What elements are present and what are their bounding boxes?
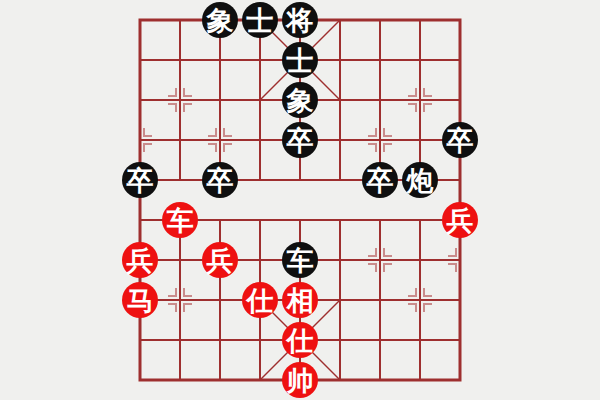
piece-black-advisor[interactable]: 士 (282, 42, 318, 78)
piece-black-advisor[interactable]: 士 (242, 2, 278, 38)
piece-red-elephant[interactable]: 相 (282, 282, 318, 318)
piece-black-elephant[interactable]: 象 (282, 82, 318, 118)
piece-red-general[interactable]: 帅 (282, 362, 318, 398)
piece-red-chariot[interactable]: 车 (162, 202, 198, 238)
piece-black-elephant[interactable]: 象 (202, 2, 238, 38)
piece-black-soldier[interactable]: 卒 (362, 162, 398, 198)
piece-black-chariot[interactable]: 车 (282, 242, 318, 278)
piece-red-advisor[interactable]: 仕 (282, 322, 318, 358)
piece-black-soldier[interactable]: 卒 (282, 122, 318, 158)
board-grid[interactable]: 象士将士象卒卒卒卒卒炮车兵兵兵车马仕相仕帅 (120, 0, 480, 400)
piece-black-general[interactable]: 将 (282, 2, 318, 38)
piece-red-soldier[interactable]: 兵 (202, 242, 238, 278)
piece-black-soldier[interactable]: 卒 (442, 122, 478, 158)
piece-red-soldier[interactable]: 兵 (122, 242, 158, 278)
piece-black-soldier[interactable]: 卒 (122, 162, 158, 198)
piece-red-soldier[interactable]: 兵 (442, 202, 478, 238)
piece-black-cannon[interactable]: 炮 (402, 162, 438, 198)
piece-black-soldier[interactable]: 卒 (202, 162, 238, 198)
piece-red-horse[interactable]: 马 (122, 282, 158, 318)
xiangqi-board: 象士将士象卒卒卒卒卒炮车兵兵兵车马仕相仕帅 (0, 0, 600, 400)
piece-red-advisor[interactable]: 仕 (242, 282, 278, 318)
